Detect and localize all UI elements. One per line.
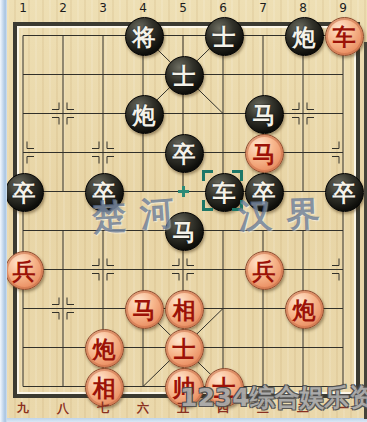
piece-black-soldier[interactable]: 卒 xyxy=(245,173,284,212)
board-point: 兵 xyxy=(3,250,43,289)
column-label: 3 xyxy=(83,1,123,15)
column-label: 6 xyxy=(203,1,243,15)
piece-black-advisor[interactable]: 士 xyxy=(205,17,244,56)
board-point: 马 xyxy=(163,211,203,250)
column-labels-top: 123456789 xyxy=(3,1,363,15)
board-point: 炮 xyxy=(283,289,323,328)
column-label: 4 xyxy=(123,1,163,15)
column-label: 9 xyxy=(323,1,363,15)
column-label: 一 xyxy=(323,400,363,417)
piece-black-horse[interactable]: 马 xyxy=(245,95,284,134)
board-point: 马 xyxy=(243,133,283,172)
column-label: 8 xyxy=(283,1,323,15)
piece-red-chariot[interactable]: 车 xyxy=(325,17,364,56)
board-point: 卒 xyxy=(163,133,203,172)
piece-black-cannon[interactable]: 炮 xyxy=(125,95,164,134)
column-label: 四 xyxy=(203,400,243,417)
piece-red-cannon[interactable]: 炮 xyxy=(285,290,324,329)
board-point: 卒 xyxy=(323,172,363,211)
piece-black-soldier[interactable]: 卒 xyxy=(165,134,204,173)
piece-black-horse[interactable]: 马 xyxy=(165,212,204,251)
piece-red-soldier[interactable]: 兵 xyxy=(245,251,284,290)
column-label: 7 xyxy=(243,1,283,15)
board-point: 卒 xyxy=(3,172,43,211)
piece-red-elephant[interactable]: 相 xyxy=(165,290,204,329)
board-point: 炮 xyxy=(283,16,323,55)
column-label: 5 xyxy=(163,1,203,15)
column-label: 八 xyxy=(43,400,83,417)
board-point: 马 xyxy=(123,289,163,328)
column-label: 九 xyxy=(3,400,43,417)
board-point: 车 xyxy=(203,172,243,211)
column-labels-bottom: 九八七六五四三二一 xyxy=(3,400,363,417)
column-label: 五 xyxy=(163,400,203,417)
board-point: 车 xyxy=(323,16,363,55)
piece-black-general[interactable]: 将 xyxy=(125,17,164,56)
column-label: 1 xyxy=(3,1,43,15)
column-label: 六 xyxy=(123,400,163,417)
board-point: 马 xyxy=(243,94,283,133)
piece-red-horse[interactable]: 马 xyxy=(125,290,164,329)
piece-layer[interactable]: 将士炮车士炮马卒马卒卒车卒卒马兵兵马相炮炮士相帅士 xyxy=(3,16,363,406)
window-bottom-edge xyxy=(0,418,367,422)
board-point: 卒 xyxy=(83,172,123,211)
board-point: 士 xyxy=(163,328,203,367)
piece-black-soldier[interactable]: 卒 xyxy=(85,173,124,212)
move-from-marker xyxy=(178,186,189,197)
column-label: 七 xyxy=(83,400,123,417)
board-point: 将 xyxy=(123,16,163,55)
piece-red-advisor[interactable]: 士 xyxy=(165,329,204,368)
board-point: 相 xyxy=(163,289,203,328)
piece-black-cannon[interactable]: 炮 xyxy=(285,17,324,56)
piece-black-advisor[interactable]: 士 xyxy=(165,56,204,95)
board-point: 兵 xyxy=(243,250,283,289)
column-label: 二 xyxy=(283,400,323,417)
column-label: 三 xyxy=(243,400,283,417)
piece-black-chariot[interactable]: 车 xyxy=(205,173,244,212)
board-point: 士 xyxy=(163,55,203,94)
board-point: 炮 xyxy=(123,94,163,133)
piece-red-horse[interactable]: 马 xyxy=(245,134,284,173)
piece-red-cannon[interactable]: 炮 xyxy=(85,329,124,368)
window-left-edge xyxy=(0,0,7,422)
piece-black-soldier[interactable]: 卒 xyxy=(325,173,364,212)
piece-black-soldier[interactable]: 卒 xyxy=(5,173,44,212)
xiangqi-board[interactable]: 将士炮车士炮马卒马卒卒车卒卒马兵兵马相炮炮士相帅士 xyxy=(3,16,363,406)
board-point: 士 xyxy=(203,16,243,55)
board-point: 炮 xyxy=(83,328,123,367)
xiangqi-game-screen: 123456789 将士炮车士炮马卒马卒卒车卒卒马兵兵马相炮炮士相帅士 楚河 汉… xyxy=(0,0,367,422)
column-label: 2 xyxy=(43,1,83,15)
board-point: 卒 xyxy=(243,172,283,211)
piece-red-soldier[interactable]: 兵 xyxy=(5,251,44,290)
